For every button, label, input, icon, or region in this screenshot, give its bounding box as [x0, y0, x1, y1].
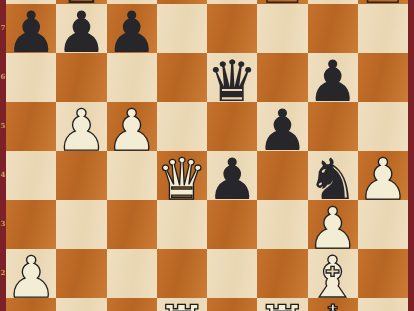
square-a4[interactable]: [6, 151, 56, 200]
piece-black-pawn-f5[interactable]: ♟: [257, 106, 307, 155]
board-frame-left: [0, 0, 6, 311]
square-d2[interactable]: [157, 249, 207, 298]
square-b2[interactable]: [56, 249, 106, 298]
chess-diagram: ♚♜♜♟♟♟♛♟♟♟♟♛♟♞♟♟♟♝♜♜♚ 765432: [0, 0, 414, 311]
piece-black-pawn-g6[interactable]: ♟: [308, 57, 358, 106]
piece-black-pawn-e4[interactable]: ♟: [207, 155, 257, 204]
square-c1[interactable]: [107, 298, 157, 311]
square-f2[interactable]: [257, 249, 307, 298]
piece-black-pawn-c7[interactable]: ♟: [107, 8, 157, 57]
piece-white-pawn-h4[interactable]: ♟: [358, 155, 408, 204]
square-g7[interactable]: [308, 4, 358, 53]
square-h6[interactable]: [358, 53, 408, 102]
piece-black-rook-f8[interactable]: ♜: [257, 0, 307, 8]
square-b3[interactable]: [56, 200, 106, 249]
square-a5[interactable]: [6, 102, 56, 151]
square-h5[interactable]: [358, 102, 408, 151]
square-e2[interactable]: [207, 249, 257, 298]
square-h1[interactable]: [358, 298, 408, 311]
piece-white-pawn-b5[interactable]: ♟: [56, 106, 106, 155]
square-d7[interactable]: [157, 4, 207, 53]
square-c2[interactable]: [107, 249, 157, 298]
square-b1[interactable]: [56, 298, 106, 311]
square-f6[interactable]: [257, 53, 307, 102]
square-d5[interactable]: [157, 102, 207, 151]
piece-white-pawn-a2[interactable]: ♟: [6, 253, 56, 302]
board-frame-right: [408, 0, 414, 311]
piece-black-pawn-a7[interactable]: ♟: [6, 8, 56, 57]
piece-white-king-g1[interactable]: ♚: [308, 302, 358, 311]
piece-black-pawn-b7[interactable]: ♟: [56, 8, 106, 57]
piece-white-rook-f1[interactable]: ♜: [257, 302, 307, 311]
piece-white-pawn-c5[interactable]: ♟: [107, 106, 157, 155]
piece-white-queen-d4[interactable]: ♛: [157, 155, 207, 204]
square-f3[interactable]: [257, 200, 307, 249]
piece-black-rook-h8[interactable]: ♜: [358, 0, 408, 8]
square-h2[interactable]: [358, 249, 408, 298]
piece-black-queen-e6[interactable]: ♛: [207, 57, 257, 106]
square-c3[interactable]: [107, 200, 157, 249]
piece-white-rook-d1[interactable]: ♜: [157, 302, 207, 311]
square-d6[interactable]: [157, 53, 207, 102]
square-a3[interactable]: [6, 200, 56, 249]
square-e7[interactable]: [207, 4, 257, 53]
square-e1[interactable]: [207, 298, 257, 311]
